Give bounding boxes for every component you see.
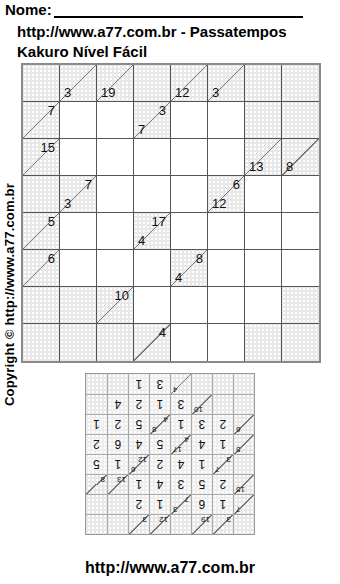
clue-cell: 4 <box>170 374 191 394</box>
down-clue: 12 <box>212 196 226 211</box>
entry-cell: 5 <box>191 474 212 494</box>
cell-value: 1 <box>136 377 143 391</box>
block-cell <box>86 514 107 534</box>
block-cell <box>60 287 97 324</box>
down-clue: 7 <box>138 122 145 137</box>
entry-cell: 3 <box>170 394 191 414</box>
down-clue: 3 <box>227 515 231 524</box>
cell-value: 2 <box>220 418 227 432</box>
clue-cell: 5 <box>233 434 254 454</box>
entry-cell: 1 <box>107 454 128 474</box>
entry-cell <box>97 176 134 213</box>
entry-cell <box>134 176 171 213</box>
block-cell <box>86 394 107 414</box>
clue-cell: 8 <box>86 474 107 494</box>
across-clue: 7 <box>215 465 219 474</box>
across-clue: 10 <box>115 288 129 303</box>
entry-cell: 3 <box>170 474 191 494</box>
kakuro-solution-board-rotated: 3191237163712152534113873142612155141745… <box>85 373 255 535</box>
block-cell <box>191 374 212 394</box>
down-clue: 7 <box>185 495 189 504</box>
clue-cell: 8 <box>282 139 319 176</box>
name-label: Nome: <box>5 2 52 18</box>
clue-cell: 37 <box>134 102 171 139</box>
entry-cell: 6 <box>191 494 212 514</box>
entry-cell <box>60 250 97 287</box>
block-cell <box>86 374 107 394</box>
block-cell <box>107 494 128 514</box>
block-cell <box>245 65 282 102</box>
entry-cell <box>208 213 245 250</box>
across-clue: 4 <box>159 325 166 340</box>
clue-cell: 174 <box>170 434 191 454</box>
clue-cell: 84 <box>171 250 208 287</box>
cell-value: 1 <box>178 418 185 432</box>
across-clue: 17 <box>173 445 182 454</box>
cell-value: 2 <box>115 418 122 432</box>
across-clue: 6 <box>233 177 240 192</box>
entry-cell <box>60 139 97 176</box>
block-cell <box>107 514 128 534</box>
clue-cell: 12 <box>149 514 170 534</box>
clue-cell: 10 <box>97 287 134 324</box>
block-cell <box>23 176 60 213</box>
name-blank-line <box>54 3 303 18</box>
entry-cell <box>60 102 97 139</box>
entry-cell: 1 <box>212 434 233 454</box>
cell-value: 1 <box>115 458 122 472</box>
clue-cell: 12 <box>171 65 208 102</box>
across-clue: 17 <box>152 214 166 229</box>
entry-cell: 2 <box>212 414 233 434</box>
clue-cell: 7 <box>233 494 254 514</box>
entry-cell <box>134 250 171 287</box>
cell-value: 2 <box>157 458 164 472</box>
cell-value: 4 <box>178 458 185 472</box>
cell-value: 5 <box>157 438 164 452</box>
clue-cell: 6 <box>233 414 254 434</box>
clue-cell: 3 <box>212 514 233 534</box>
block-cell <box>86 494 107 514</box>
down-clue: 8 <box>286 159 293 174</box>
entry-cell: 2 <box>128 394 149 414</box>
entry-cell: 3 <box>191 414 212 434</box>
cell-value: 1 <box>93 418 100 432</box>
entry-cell: 4 <box>149 474 170 494</box>
across-clue: 8 <box>196 251 203 266</box>
cell-value: 2 <box>93 438 100 452</box>
cell-value: 1 <box>136 478 143 492</box>
clue-cell: 73 <box>212 454 233 474</box>
across-clue: 5 <box>48 214 55 229</box>
down-clue: 3 <box>143 515 147 524</box>
entry-cell <box>171 139 208 176</box>
entry-cell: 4 <box>128 434 149 454</box>
down-clue: 19 <box>201 515 210 524</box>
across-clue: 3 <box>173 505 177 514</box>
clue-cell: 612 <box>208 176 245 213</box>
entry-cell <box>245 250 282 287</box>
entry-cell: 3 <box>149 374 170 394</box>
clue-cell: 84 <box>149 414 170 434</box>
entry-cell <box>60 213 97 250</box>
across-clue: 6 <box>48 251 55 266</box>
entry-cell: 5 <box>149 434 170 454</box>
entry-cell <box>97 213 134 250</box>
block-cell <box>282 287 319 324</box>
block-cell <box>245 324 282 361</box>
block-cell <box>233 374 254 394</box>
cell-value: 3 <box>178 478 185 492</box>
cell-value: 3 <box>178 398 185 412</box>
block-cell <box>23 287 60 324</box>
entry-cell <box>171 102 208 139</box>
cell-value: 1 <box>157 498 164 512</box>
clue-cell: 612 <box>128 454 149 474</box>
entry-cell: 1 <box>128 374 149 394</box>
entry-cell <box>208 324 245 361</box>
across-clue: 5 <box>236 445 240 454</box>
block-cell <box>107 374 128 394</box>
puzzle-title: Kakuro Nível Fácil <box>17 43 147 60</box>
down-clue: 4 <box>175 270 182 285</box>
clue-cell: 73 <box>60 176 97 213</box>
entry-cell <box>208 250 245 287</box>
block-cell <box>23 65 60 102</box>
block-cell <box>233 514 254 534</box>
entry-cell: 6 <box>107 434 128 454</box>
across-clue: 3 <box>159 103 166 118</box>
across-clue: 15 <box>236 485 245 494</box>
cell-value: 4 <box>157 478 164 492</box>
cell-value: 6 <box>115 438 122 452</box>
entry-cell: 2 <box>128 494 149 514</box>
down-clue: 12 <box>159 515 168 524</box>
down-clue: 4 <box>138 233 145 248</box>
entry-cell: 1 <box>128 474 149 494</box>
down-clue: 3 <box>212 85 219 100</box>
down-clue: 3 <box>64 196 71 211</box>
cell-value: 1 <box>157 398 164 412</box>
block-cell <box>233 394 254 414</box>
cell-value: 5 <box>199 478 206 492</box>
entry-cell: 1 <box>191 454 212 474</box>
block-cell <box>245 102 282 139</box>
block-cell <box>97 324 134 361</box>
block-cell <box>282 102 319 139</box>
entry-cell <box>208 139 245 176</box>
clue-cell: 10 <box>191 394 212 414</box>
entry-cell <box>282 176 319 213</box>
clue-cell: 19 <box>191 514 212 534</box>
footer-url: http://www.a77.com.br <box>0 559 340 577</box>
clue-cell: 13 <box>107 474 128 494</box>
clue-cell: 5 <box>23 213 60 250</box>
clue-cell: 3 <box>60 65 97 102</box>
block-cell <box>212 394 233 414</box>
clue-cell: 6 <box>23 250 60 287</box>
entry-cell <box>282 213 319 250</box>
down-clue: 13 <box>117 475 126 484</box>
cell-value: 4 <box>115 398 122 412</box>
clue-cell: 15 <box>23 139 60 176</box>
cell-value: 2 <box>136 398 143 412</box>
block-cell <box>282 324 319 361</box>
entry-cell: 4 <box>170 454 191 474</box>
entry-cell: 5 <box>86 454 107 474</box>
down-clue: 3 <box>64 85 71 100</box>
cell-value: 5 <box>93 458 100 472</box>
entry-cell <box>208 102 245 139</box>
entry-cell: 1 <box>86 414 107 434</box>
entry-cell <box>134 139 171 176</box>
entry-cell: 1 <box>212 494 233 514</box>
clue-cell: 174 <box>134 213 171 250</box>
cell-value: 1 <box>199 458 206 472</box>
kakuro-board: 31912373715138736125174684104 <box>21 63 321 363</box>
across-clue: 7 <box>236 505 240 514</box>
across-clue: 7 <box>48 103 55 118</box>
cell-value: 1 <box>220 498 227 512</box>
down-clue: 12 <box>138 455 147 464</box>
entry-cell <box>97 250 134 287</box>
site-title: http://www.a77.com.br - Passatempos <box>17 23 287 40</box>
cell-value: 6 <box>199 498 206 512</box>
entry-cell: 2 <box>212 474 233 494</box>
entry-cell <box>171 176 208 213</box>
clue-cell: 4 <box>134 324 171 361</box>
block-cell <box>23 324 60 361</box>
cell-value: 3 <box>157 377 164 391</box>
clue-cell: 19 <box>97 65 134 102</box>
across-clue: 6 <box>131 465 135 474</box>
entry-cell <box>134 287 171 324</box>
cell-value: 5 <box>136 418 143 432</box>
clue-cell: 13 <box>245 139 282 176</box>
entry-cell <box>97 139 134 176</box>
clue-cell: 15 <box>233 474 254 494</box>
entry-cell <box>245 213 282 250</box>
entry-cell: 1 <box>149 494 170 514</box>
cell-value: 1 <box>220 438 227 452</box>
entry-cell <box>245 287 282 324</box>
down-clue: 13 <box>249 159 263 174</box>
block-cell <box>233 454 254 474</box>
entry-cell <box>171 287 208 324</box>
copyright-vertical-text: Copyright © http://www.a77.com.br <box>2 183 17 406</box>
name-row: Nome: <box>5 2 303 18</box>
down-clue: 12 <box>175 85 189 100</box>
cell-value: 2 <box>220 478 227 492</box>
across-clue: 15 <box>41 140 55 155</box>
down-clue: 3 <box>227 455 231 464</box>
down-clue: 4 <box>164 415 168 424</box>
entry-cell: 2 <box>107 414 128 434</box>
across-clue: 8 <box>152 425 156 434</box>
down-clue: 4 <box>185 435 189 444</box>
down-clue: 19 <box>101 85 115 100</box>
cell-value: 3 <box>199 418 206 432</box>
block-cell <box>212 374 233 394</box>
entry-cell: 4 <box>107 394 128 414</box>
entry-cell <box>208 287 245 324</box>
entry-cell <box>282 250 319 287</box>
block-cell <box>282 65 319 102</box>
cell-value: 2 <box>136 498 143 512</box>
block-cell <box>134 65 171 102</box>
entry-cell <box>97 102 134 139</box>
entry-cell <box>171 324 208 361</box>
down-clue: 8 <box>101 475 105 484</box>
worksheet-page: Nome: http://www.a77.com.br - Passatempo… <box>0 0 340 584</box>
clue-cell: 37 <box>170 494 191 514</box>
entry-cell <box>245 176 282 213</box>
across-clue: 4 <box>173 385 177 394</box>
entry-cell: 1 <box>170 414 191 434</box>
cell-value: 4 <box>199 438 206 452</box>
across-clue: 7 <box>85 177 92 192</box>
block-cell <box>60 324 97 361</box>
entry-cell: 2 <box>86 434 107 454</box>
entry-cell: 5 <box>128 414 149 434</box>
entry-cell: 4 <box>191 434 212 454</box>
block-cell <box>170 514 191 534</box>
across-clue: 10 <box>194 405 203 414</box>
clue-cell: 3 <box>208 65 245 102</box>
cell-value: 4 <box>136 438 143 452</box>
entry-cell <box>171 213 208 250</box>
clue-cell: 7 <box>23 102 60 139</box>
entry-cell: 2 <box>149 454 170 474</box>
across-clue: 6 <box>236 425 240 434</box>
entry-cell: 1 <box>149 394 170 414</box>
clue-cell: 3 <box>128 514 149 534</box>
